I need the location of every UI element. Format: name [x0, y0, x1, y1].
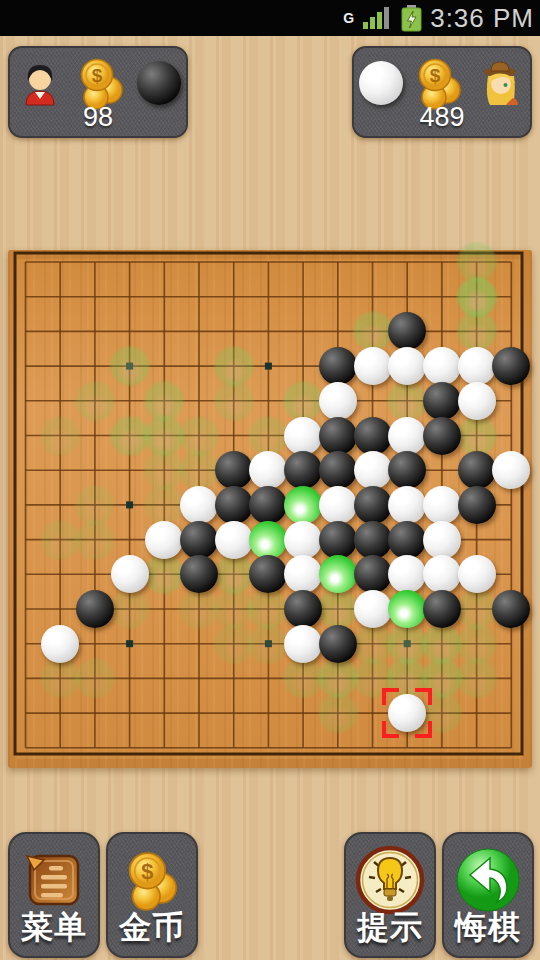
ghost-hint [74, 519, 116, 561]
black-stone-icon [137, 61, 181, 105]
ghost-hint [109, 345, 151, 387]
player-avatar-black [15, 58, 65, 108]
black-stone [215, 451, 253, 489]
svg-text:$: $ [92, 65, 103, 86]
menu-icon [21, 847, 87, 913]
app-screen: G 3:36 PM [0, 0, 540, 960]
green-highlight-stone [249, 521, 287, 559]
white-stone [354, 590, 392, 628]
ghost-hint [143, 484, 185, 526]
black-stone [354, 555, 392, 593]
ghost-hint [317, 692, 359, 734]
ghost-hint [352, 310, 394, 352]
black-stone [423, 590, 461, 628]
undo-button-label: 悔棋 [444, 906, 532, 950]
ghost-hint [282, 380, 324, 422]
ghost-hint [109, 588, 151, 630]
undo-button[interactable]: 悔棋 [442, 832, 534, 958]
black-stone [423, 417, 461, 455]
ghost-hint [39, 415, 81, 457]
ghost-hint [74, 380, 116, 422]
svg-text:$: $ [430, 65, 441, 86]
ghost-hint [456, 310, 498, 352]
green-highlight-stone [319, 555, 357, 593]
white-coin-count: 489 [354, 102, 530, 133]
black-stone [319, 417, 357, 455]
black-coin-count: 98 [10, 102, 186, 133]
white-stone [423, 555, 461, 593]
black-stone [354, 521, 392, 559]
black-stone [423, 382, 461, 420]
black-stone [354, 417, 392, 455]
white-stone [41, 625, 79, 663]
white-stone [319, 486, 357, 524]
white-stone [354, 451, 392, 489]
player-avatar-white [475, 58, 525, 108]
ghost-hint [456, 657, 498, 699]
white-stone [354, 347, 392, 385]
star-point [126, 640, 133, 647]
coins-button-label: 金币 [108, 906, 196, 950]
hint-button-label: 提示 [346, 906, 434, 950]
board[interactable] [8, 250, 532, 768]
ghost-hint [178, 449, 220, 491]
white-stone [215, 521, 253, 559]
white-stone [458, 347, 496, 385]
white-stone [388, 417, 426, 455]
white-stone [111, 555, 149, 593]
ghost-hint [74, 657, 116, 699]
player-panel-white: $ 489 [352, 46, 532, 138]
menu-button[interactable]: 菜单 [8, 832, 100, 958]
black-stone [319, 521, 357, 559]
black-stone [319, 625, 357, 663]
status-bar: G 3:36 PM [0, 0, 540, 36]
coins-icon: $ [121, 849, 183, 911]
white-stone [458, 382, 496, 420]
black-stone [458, 486, 496, 524]
white-stone [423, 347, 461, 385]
white-stone [423, 521, 461, 559]
white-stone [319, 382, 357, 420]
ghost-hint [386, 380, 428, 422]
menu-button-label: 菜单 [10, 906, 98, 950]
ghost-hint [317, 588, 359, 630]
clock: 3:36 PM [430, 3, 534, 34]
ghost-hint [247, 415, 289, 457]
black-stone [180, 521, 218, 559]
green-highlight-stone [284, 486, 322, 524]
black-stone [319, 451, 357, 489]
green-highlight-stone [388, 590, 426, 628]
coins-button[interactable]: $ 金币 [106, 832, 198, 958]
black-stone [284, 590, 322, 628]
svg-text:$: $ [141, 859, 153, 884]
white-stone-icon [359, 61, 403, 105]
black-stone [319, 347, 357, 385]
black-stone [215, 486, 253, 524]
black-stone [458, 451, 496, 489]
star-point [126, 501, 133, 508]
ghost-hint [456, 415, 498, 457]
battery-charging-icon [400, 5, 423, 32]
signal-strength-icon [361, 5, 393, 31]
white-stone [284, 625, 322, 663]
last-move-marker [382, 688, 432, 738]
white-stone [284, 521, 322, 559]
network-type-indicator: G [343, 10, 354, 26]
black-stone [388, 521, 426, 559]
hint-button[interactable]: 提示 [344, 832, 436, 958]
white-stone [180, 486, 218, 524]
player-panel-black: $ 98 [8, 46, 188, 138]
undo-arrow-icon [453, 845, 523, 915]
ghost-hint [213, 380, 255, 422]
white-stone [458, 555, 496, 593]
star-point [265, 363, 272, 370]
black-stone [76, 590, 114, 628]
white-stone [284, 417, 322, 455]
ghost-hint [247, 623, 289, 665]
white-stone [145, 521, 183, 559]
white-stone [388, 486, 426, 524]
black-stone [354, 486, 392, 524]
white-stone [423, 486, 461, 524]
